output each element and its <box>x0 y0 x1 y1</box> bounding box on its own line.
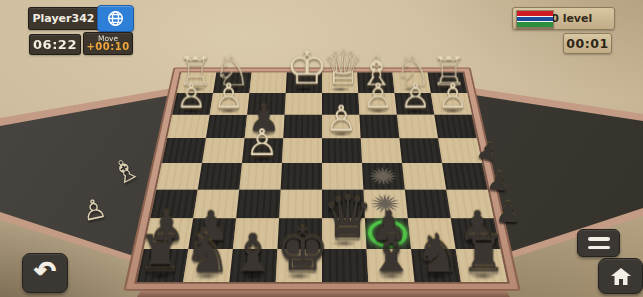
square-f2[interactable] <box>247 93 286 115</box>
square-e4[interactable] <box>282 138 322 163</box>
square-d7[interactable]: ♛ <box>322 218 367 249</box>
square-b1[interactable]: ♘ <box>392 72 430 93</box>
square-b5[interactable] <box>402 163 446 190</box>
globe-button[interactable] <box>97 5 134 32</box>
square-c3[interactable] <box>359 115 399 138</box>
square-d4[interactable] <box>322 138 362 163</box>
piece-shadow <box>434 86 463 92</box>
square-c6[interactable] <box>363 190 407 219</box>
square-g4[interactable] <box>202 138 245 163</box>
piece-shadow <box>326 86 354 92</box>
home-icon <box>610 267 632 286</box>
white-king-e1[interactable]: ♔ <box>286 44 322 91</box>
square-h6[interactable] <box>150 190 197 219</box>
square-e7[interactable] <box>277 218 322 249</box>
square-f3[interactable]: ♟ <box>245 115 285 138</box>
square-b4[interactable] <box>399 138 442 163</box>
piece-shadow <box>401 108 430 115</box>
square-b7[interactable] <box>408 218 456 249</box>
piece-shadow <box>364 108 393 115</box>
piece-shadow <box>459 239 494 248</box>
square-c4[interactable] <box>361 138 402 163</box>
square-e6[interactable] <box>279 190 322 219</box>
square-e1[interactable]: ♔ <box>286 72 322 93</box>
piece-shadow <box>327 130 356 137</box>
square-g7[interactable]: ♟ <box>188 218 236 249</box>
square-a1[interactable]: ♖ <box>428 72 468 93</box>
piece-shadow <box>371 239 405 248</box>
square-a3[interactable] <box>434 115 476 138</box>
piece-shadow <box>465 271 502 281</box>
square-f4[interactable]: ♙ <box>242 138 283 163</box>
square-a8[interactable]: ♜ <box>456 249 508 282</box>
game-screen: ♖♘♔♕♗♘♖♙♙♙♙♙♟♙♙♟♟♛♟♟♜♞♝♚♝♞♜ ♗♙♟♟♟ Player… <box>0 0 643 297</box>
white-clock: 00:01 <box>563 33 612 54</box>
piece-shadow <box>189 271 225 281</box>
square-g6[interactable] <box>193 190 239 219</box>
square-h4[interactable] <box>162 138 206 163</box>
globe-icon <box>107 10 124 27</box>
move-bonus-value: +00:10 <box>86 42 129 52</box>
piece-shadow <box>362 86 390 92</box>
captured-white-piece: ♗ <box>107 151 145 190</box>
piece-shadow <box>235 271 271 281</box>
captured-white-piece: ♙ <box>79 194 108 225</box>
square-e3[interactable] <box>283 115 322 138</box>
piece-shadow <box>438 108 468 115</box>
player-name: Player342 <box>33 12 95 25</box>
square-h2[interactable]: ♙ <box>172 93 213 115</box>
piece-shadow <box>247 155 278 163</box>
square-g3[interactable] <box>206 115 247 138</box>
piece-shadow <box>281 271 316 281</box>
square-g8[interactable]: ♞ <box>183 249 233 282</box>
white-clock-time: 00:01 <box>566 36 608 51</box>
piece-shadow <box>218 86 246 92</box>
square-g5[interactable] <box>198 163 242 190</box>
move-hint-marker[interactable] <box>362 163 405 190</box>
piece-shadow <box>177 108 207 115</box>
square-a2[interactable]: ♙ <box>431 93 472 115</box>
piece-shadow <box>249 130 279 137</box>
piece-shadow <box>419 271 455 281</box>
square-f1[interactable] <box>249 72 286 93</box>
square-f5[interactable] <box>239 163 282 190</box>
square-g1[interactable]: ♘ <box>213 72 251 93</box>
piece-shadow <box>290 86 318 92</box>
chess-board[interactable]: ♖♘♔♕♗♘♖♙♙♙♙♙♟♙♙♟♟♛♟♟♜♞♝♚♝♞♜ <box>137 72 507 282</box>
square-c7[interactable]: ♟ <box>365 218 411 249</box>
chess-board-frame: ♖♘♔♕♗♘♖♙♙♙♙♙♟♙♙♟♟♛♟♟♜♞♝♚♝♞♜ <box>123 68 521 291</box>
square-b2[interactable]: ♙ <box>395 93 435 115</box>
square-f6[interactable] <box>236 190 280 219</box>
square-d3[interactable]: ♙ <box>322 115 361 138</box>
piece-shadow <box>398 86 426 92</box>
piece-shadow <box>143 271 180 281</box>
home-button[interactable] <box>598 258 643 294</box>
square-d5[interactable] <box>322 163 363 190</box>
undo-button[interactable]: ↶ <box>22 253 68 293</box>
square-d6[interactable] <box>322 190 365 219</box>
piece-shadow <box>149 239 184 248</box>
square-c2[interactable]: ♙ <box>358 93 397 115</box>
square-d1[interactable]: ♕ <box>322 72 358 93</box>
square-g2[interactable]: ♙ <box>210 93 250 115</box>
piece-shadow <box>373 271 409 281</box>
square-c8[interactable]: ♝ <box>367 249 415 282</box>
square-e8[interactable]: ♚ <box>276 249 322 282</box>
black-clock: 06:22 <box>29 34 81 55</box>
piece-shadow <box>214 108 243 115</box>
square-h7[interactable]: ♟ <box>144 218 193 249</box>
square-a5[interactable] <box>442 163 488 190</box>
piece-shadow <box>181 86 210 92</box>
menu-icon <box>588 237 610 241</box>
square-f8[interactable]: ♝ <box>229 249 277 282</box>
move-bonus-badge: Move +00:10 <box>83 32 133 55</box>
ai-player-badge: AI 0 level <box>512 7 615 30</box>
black-clock-time: 06:22 <box>33 37 77 52</box>
move-hint-marker[interactable] <box>363 190 407 219</box>
square-f7[interactable] <box>233 218 279 249</box>
square-h1[interactable]: ♖ <box>177 72 217 93</box>
square-e2[interactable] <box>285 93 322 115</box>
square-a4[interactable] <box>438 138 482 163</box>
piece-shadow <box>327 239 361 248</box>
undo-icon: ↶ <box>34 256 56 286</box>
gambia-flag-icon <box>516 10 554 28</box>
square-b6[interactable] <box>405 190 451 219</box>
square-h8[interactable]: ♜ <box>137 249 189 282</box>
square-c5[interactable] <box>362 163 405 190</box>
square-d2[interactable] <box>322 93 359 115</box>
square-a7[interactable]: ♟ <box>451 218 500 249</box>
square-h5[interactable] <box>156 163 202 190</box>
square-d8[interactable] <box>322 249 368 282</box>
player-name-badge: Player342 <box>28 7 99 30</box>
square-b8[interactable]: ♞ <box>411 249 461 282</box>
menu-button[interactable] <box>577 229 620 257</box>
square-c1[interactable]: ♗ <box>357 72 394 93</box>
square-b3[interactable] <box>397 115 438 138</box>
white-queen-d1[interactable]: ♕ <box>322 44 358 91</box>
piece-shadow <box>194 239 229 248</box>
square-h3[interactable] <box>167 115 209 138</box>
square-a6[interactable] <box>446 190 493 219</box>
square-e5[interactable] <box>281 163 322 190</box>
